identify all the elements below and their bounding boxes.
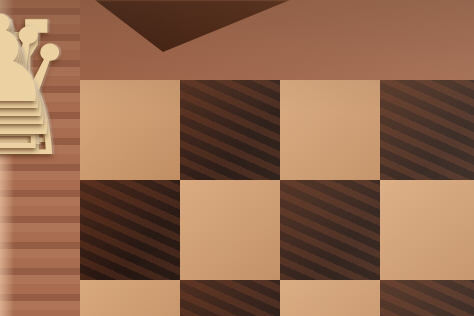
chess-board — [0, 0, 474, 316]
square-b8 — [180, 80, 280, 180]
square-b7 — [180, 180, 280, 280]
square-c7 — [280, 180, 380, 280]
board-frame-left — [0, 0, 80, 316]
board-squares-grid — [80, 80, 474, 316]
square-b6 — [180, 280, 280, 316]
chess-set-photo: ♜♞♝♛♟♟♟♟♟ — [0, 0, 474, 316]
square-a6 — [80, 280, 180, 316]
square-d8 — [380, 80, 474, 180]
square-c8 — [280, 80, 380, 180]
square-c6 — [280, 280, 380, 316]
square-a8 — [80, 80, 180, 180]
square-d6 — [380, 280, 474, 316]
square-a7 — [80, 180, 180, 280]
square-d7 — [380, 180, 474, 280]
